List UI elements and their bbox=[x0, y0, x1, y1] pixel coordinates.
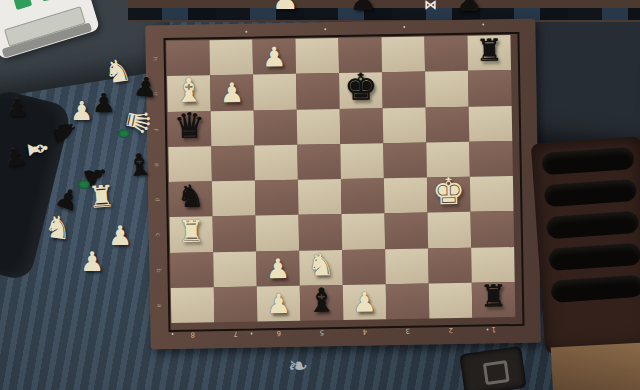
square-a5[interactable]: ♝ bbox=[300, 285, 344, 321]
file-label-d: d bbox=[155, 198, 162, 202]
captured-white-pawn[interactable]: ♟ bbox=[80, 248, 104, 275]
square-c3[interactable] bbox=[385, 213, 429, 249]
square-g7[interactable]: ♟ bbox=[210, 75, 254, 111]
file-label-c: c bbox=[155, 233, 162, 236]
square-c1[interactable] bbox=[471, 211, 515, 247]
square-b2[interactable] bbox=[428, 247, 472, 283]
file-label-h: h bbox=[152, 57, 159, 61]
square-b7[interactable] bbox=[213, 251, 257, 287]
captured-white-pawn[interactable]: ♟ bbox=[108, 222, 132, 249]
square-e5[interactable] bbox=[297, 144, 341, 180]
square-f3[interactable] bbox=[383, 107, 427, 143]
rank-label-8: 8 bbox=[191, 331, 196, 339]
captured-white-knight[interactable]: ♞ bbox=[102, 54, 134, 89]
border-dot bbox=[482, 24, 484, 26]
border-dot bbox=[245, 31, 247, 33]
captured-black-pawn[interactable]: ♟ bbox=[133, 73, 159, 101]
square-f8[interactable]: ♛ bbox=[168, 111, 212, 147]
hinge-logo-icon: ⋈ bbox=[424, 0, 437, 12]
square-b8[interactable] bbox=[170, 252, 214, 288]
square-h1[interactable]: ♜ bbox=[467, 35, 511, 71]
square-c5[interactable] bbox=[299, 214, 343, 250]
piece-white-pawn-g7[interactable]: ♟ bbox=[210, 75, 254, 111]
box-slot bbox=[546, 211, 639, 239]
square-b6[interactable]: ♟ bbox=[256, 250, 300, 286]
piece-black-rook-a1[interactable]: ♜ bbox=[472, 279, 516, 315]
square-c4[interactable] bbox=[342, 214, 386, 250]
square-e7[interactable] bbox=[211, 145, 255, 181]
box-slot bbox=[544, 179, 637, 207]
piece-white-king-d2[interactable]: ♚ bbox=[427, 174, 471, 210]
piece-white-pawn-a4[interactable]: ♟ bbox=[343, 284, 387, 320]
square-d4[interactable] bbox=[341, 178, 385, 214]
captured-black-pawn[interactable]: ♟ bbox=[92, 90, 115, 116]
square-f6[interactable] bbox=[254, 109, 298, 145]
captured-black-pawn[interactable]: ♟ bbox=[350, 0, 377, 15]
square-a4[interactable]: ♟ bbox=[343, 284, 387, 320]
captured-white-rook[interactable]: ♜ bbox=[87, 181, 116, 213]
square-f7[interactable] bbox=[211, 110, 255, 146]
rank-label-2: 2 bbox=[448, 326, 453, 334]
object-buckle bbox=[483, 360, 510, 385]
rank-label-7: 7 bbox=[234, 330, 239, 338]
square-e6[interactable] bbox=[254, 145, 298, 181]
box-slot bbox=[541, 147, 634, 175]
square-e4[interactable] bbox=[340, 143, 384, 179]
dark-object bbox=[459, 346, 526, 390]
square-h6[interactable]: ♟ bbox=[252, 39, 296, 75]
box-slot bbox=[550, 275, 640, 303]
rank-label-3: 3 bbox=[406, 327, 411, 335]
square-g6[interactable] bbox=[253, 74, 297, 110]
square-h5[interactable] bbox=[295, 38, 339, 74]
captured-white-pawn[interactable]: ♟ bbox=[272, 0, 299, 14]
carpet-pattern-motif: ❧ bbox=[288, 352, 322, 382]
square-h3[interactable] bbox=[381, 37, 425, 73]
clock-button-left[interactable] bbox=[14, 0, 33, 10]
square-g1[interactable] bbox=[468, 70, 512, 106]
photo-scene: ⋈ ♟♜♝♟♚♛♞♚♜♟♞♟♝♟♜ 87654321hgfedcba ♞♟♟♟♞… bbox=[0, 0, 640, 390]
border-dot bbox=[403, 26, 405, 28]
piece-black-bishop-a5[interactable]: ♝ bbox=[300, 282, 344, 318]
piece-white-rook-c8[interactable]: ♜ bbox=[170, 214, 214, 250]
square-g3[interactable] bbox=[382, 72, 426, 108]
rank-label-1: 1 bbox=[491, 325, 496, 333]
piece-white-pawn-a6[interactable]: ♟ bbox=[257, 286, 301, 322]
square-c6[interactable] bbox=[256, 215, 300, 251]
square-c7[interactable] bbox=[213, 216, 257, 252]
piece-white-pawn-h6[interactable]: ♟ bbox=[252, 39, 296, 75]
piece-white-bishop-g8[interactable]: ♝ bbox=[167, 73, 211, 109]
file-label-a: a bbox=[156, 304, 163, 308]
square-f2[interactable] bbox=[426, 106, 470, 142]
captured-black-pawn[interactable]: ♟ bbox=[456, 0, 483, 16]
square-f5[interactable] bbox=[297, 109, 341, 145]
piece-white-pawn-b6[interactable]: ♟ bbox=[256, 250, 300, 286]
box-slot bbox=[548, 243, 640, 271]
square-d3[interactable] bbox=[384, 178, 428, 214]
rank-label-5: 5 bbox=[320, 328, 325, 336]
square-b1[interactable] bbox=[471, 247, 515, 283]
file-label-b: b bbox=[156, 268, 163, 272]
square-a3[interactable] bbox=[386, 283, 430, 319]
board-grid: ♟♜♝♟♚♛♞♚♜♟♞♟♝♟♜ bbox=[166, 35, 515, 323]
rank-label-6: 6 bbox=[277, 329, 282, 337]
green-felt-base bbox=[118, 129, 130, 138]
square-f4[interactable] bbox=[340, 108, 384, 144]
piece-white-knight-b5[interactable]: ♞ bbox=[299, 247, 343, 283]
captured-white-bishop[interactable]: ♝ bbox=[23, 136, 52, 163]
square-a1[interactable]: ♜ bbox=[472, 282, 516, 318]
square-a6[interactable]: ♟ bbox=[257, 286, 301, 322]
square-g2[interactable] bbox=[425, 71, 469, 107]
clock-button-right[interactable] bbox=[41, 0, 59, 1]
square-e3[interactable] bbox=[383, 142, 427, 178]
square-d5[interactable] bbox=[298, 179, 342, 215]
square-g4[interactable]: ♚ bbox=[339, 73, 383, 109]
piece-black-knight-d8[interactable]: ♞ bbox=[169, 178, 213, 214]
table-wood-corner bbox=[551, 343, 640, 390]
square-d7[interactable] bbox=[212, 181, 256, 217]
board-hinge-strip bbox=[128, 8, 640, 20]
square-a7[interactable] bbox=[214, 286, 258, 322]
square-a8[interactable] bbox=[171, 287, 215, 323]
border-dot bbox=[172, 333, 174, 335]
border-dot bbox=[251, 333, 253, 335]
square-h2[interactable] bbox=[424, 36, 468, 72]
piece-storage-box bbox=[531, 136, 640, 353]
square-c2[interactable] bbox=[428, 212, 472, 248]
captured-black-pawn[interactable]: ♟ bbox=[6, 96, 28, 120]
captured-black-bishop[interactable]: ♝ bbox=[125, 149, 154, 181]
square-b4[interactable] bbox=[342, 249, 386, 285]
square-c8[interactable]: ♜ bbox=[170, 217, 214, 253]
file-label-e: e bbox=[154, 163, 161, 167]
square-d2[interactable]: ♚ bbox=[427, 177, 471, 213]
square-a2[interactable] bbox=[429, 283, 473, 319]
square-d1[interactable] bbox=[470, 176, 514, 212]
square-h7[interactable] bbox=[209, 40, 253, 76]
rank-label-4: 4 bbox=[363, 328, 368, 336]
square-f1[interactable] bbox=[469, 106, 513, 142]
square-g5[interactable] bbox=[296, 73, 340, 109]
border-dot bbox=[487, 328, 489, 330]
chess-board: ♟♜♝♟♚♛♞♚♜♟♞♟♝♟♜ 87654321hgfedcba bbox=[145, 19, 541, 350]
piece-black-king-g4[interactable]: ♚ bbox=[339, 70, 383, 106]
border-dot bbox=[324, 28, 326, 30]
square-d6[interactable] bbox=[255, 180, 299, 216]
piece-black-rook-h1[interactable]: ♜ bbox=[467, 32, 511, 68]
square-b3[interactable] bbox=[385, 248, 429, 284]
square-e8[interactable] bbox=[168, 146, 212, 182]
captured-white-knight[interactable]: ♞ bbox=[42, 210, 74, 245]
piece-black-queen-f8[interactable]: ♛ bbox=[168, 108, 212, 144]
square-e1[interactable] bbox=[469, 141, 513, 177]
square-d8[interactable]: ♞ bbox=[169, 181, 213, 217]
